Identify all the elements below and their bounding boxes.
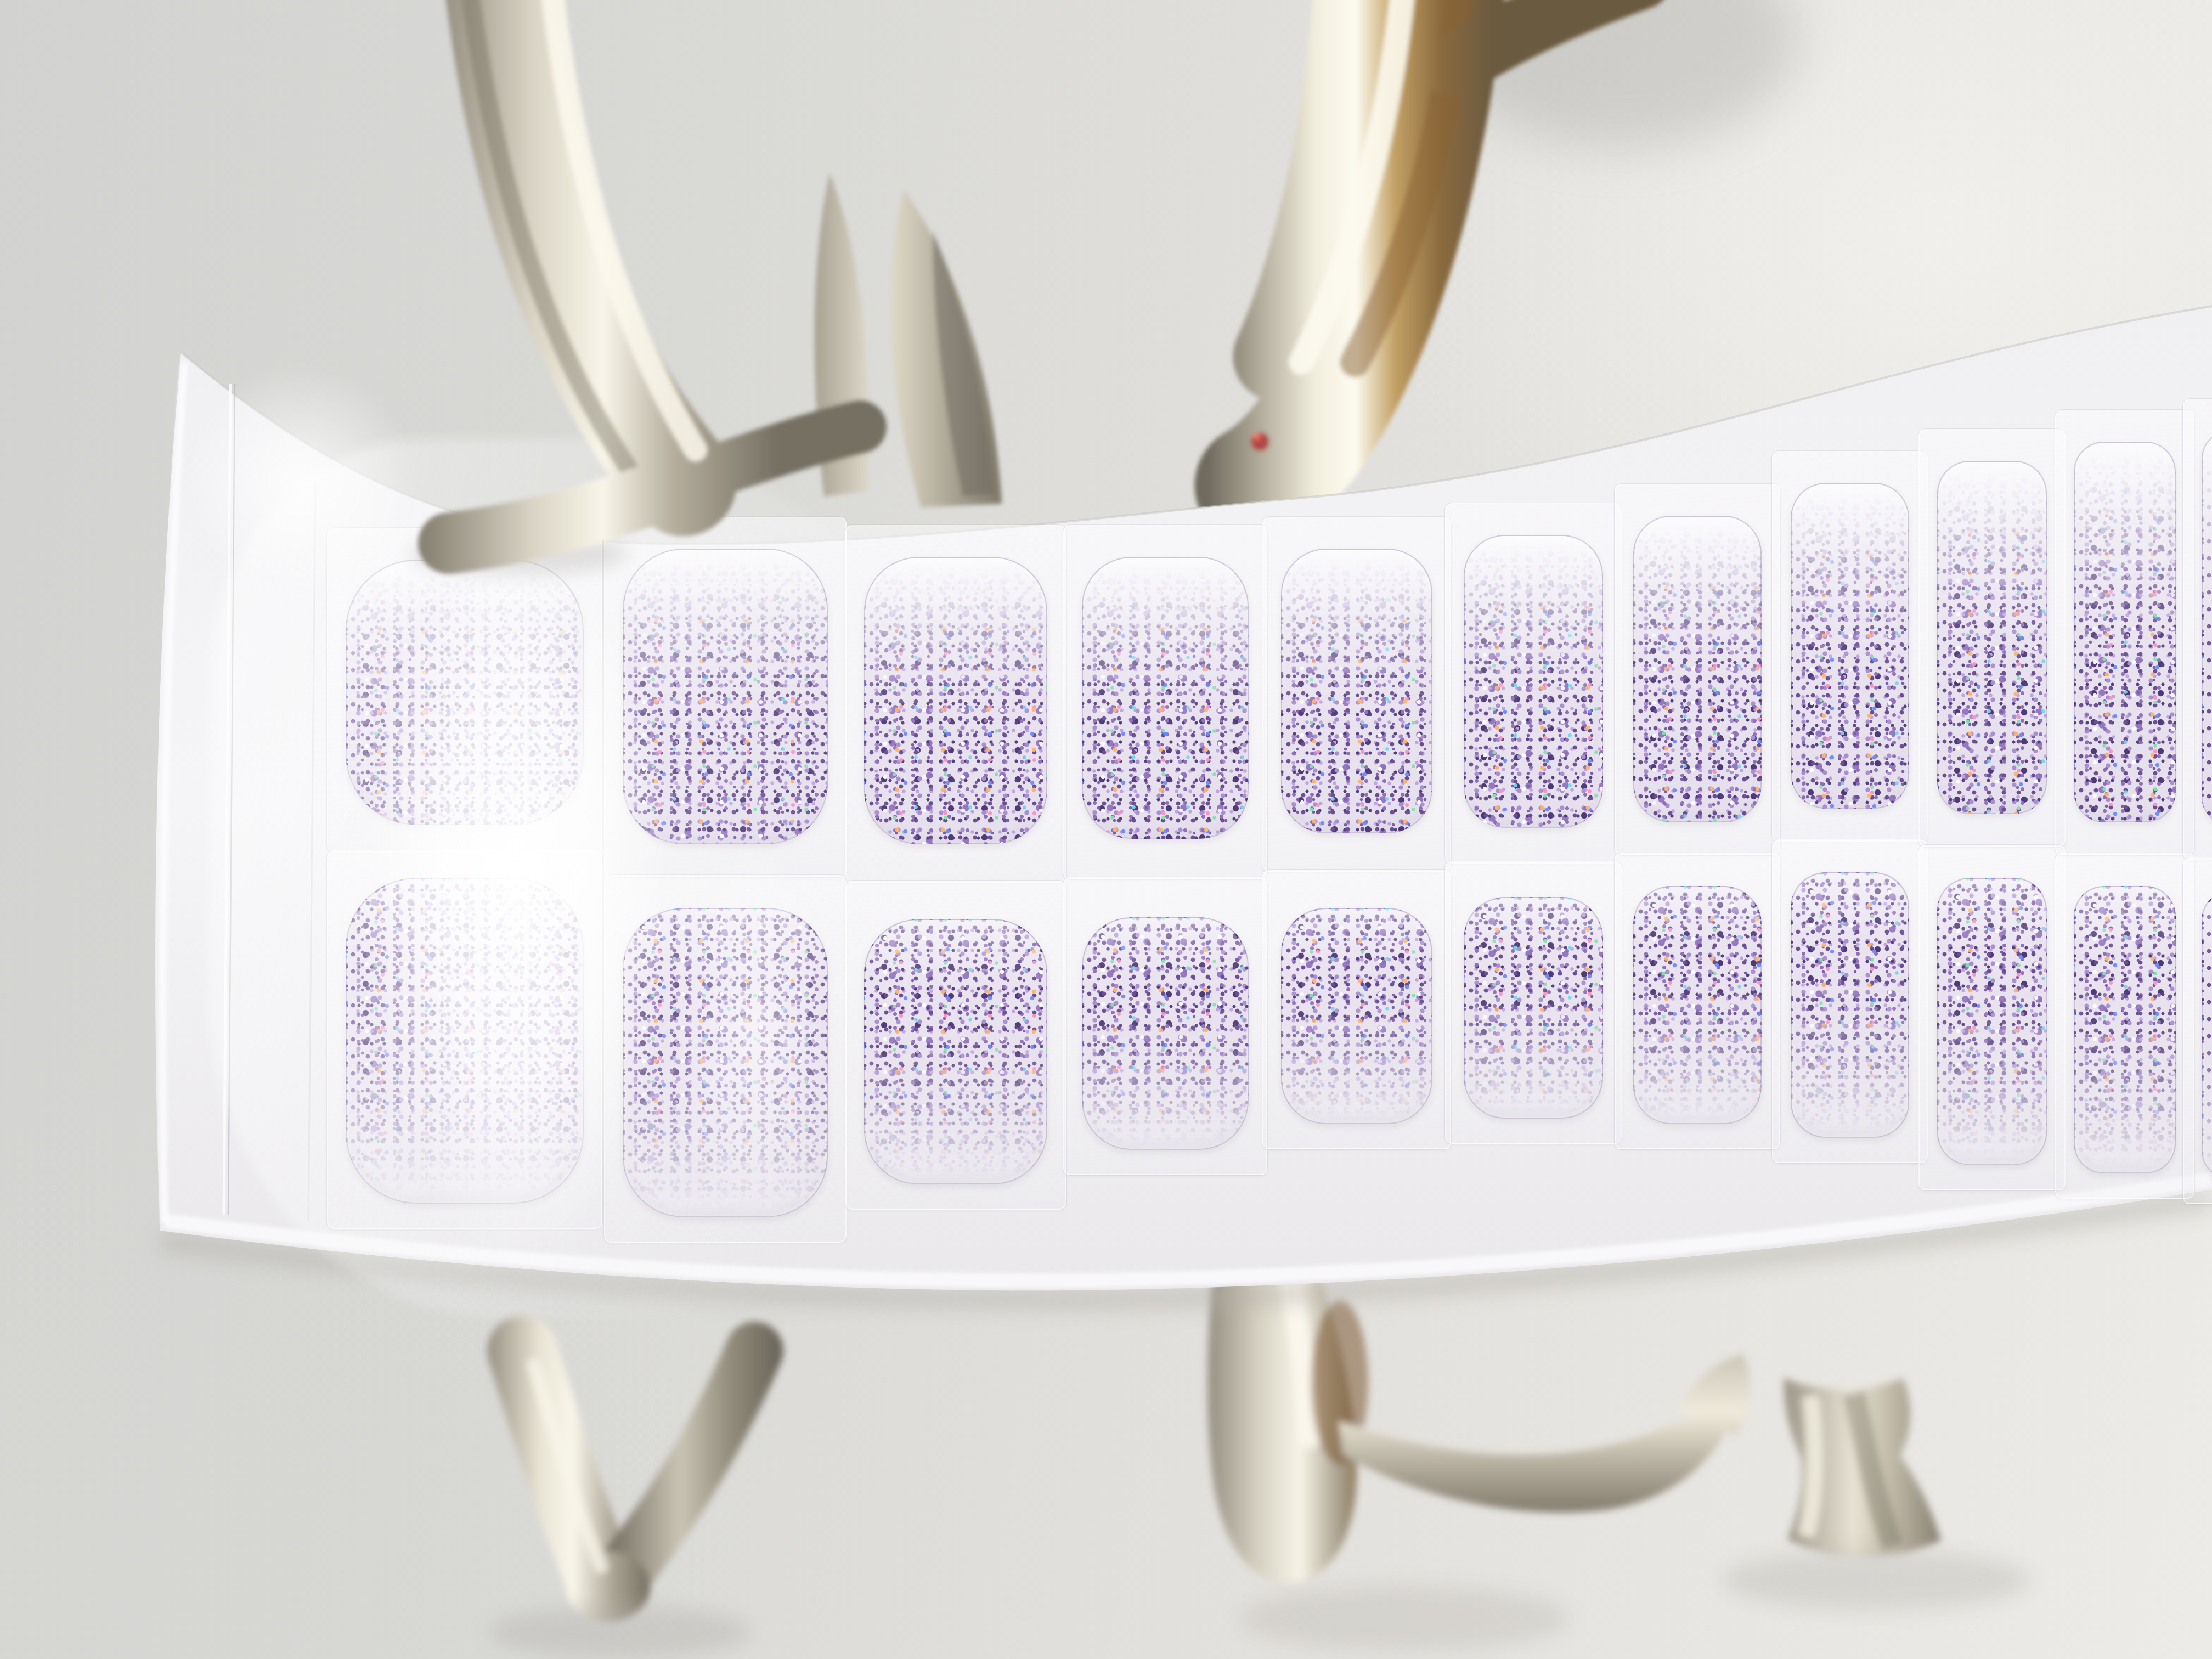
photo-canvas <box>0 0 2212 1659</box>
deer-figurine-front <box>0 0 2212 1659</box>
antler-branch <box>449 0 860 543</box>
